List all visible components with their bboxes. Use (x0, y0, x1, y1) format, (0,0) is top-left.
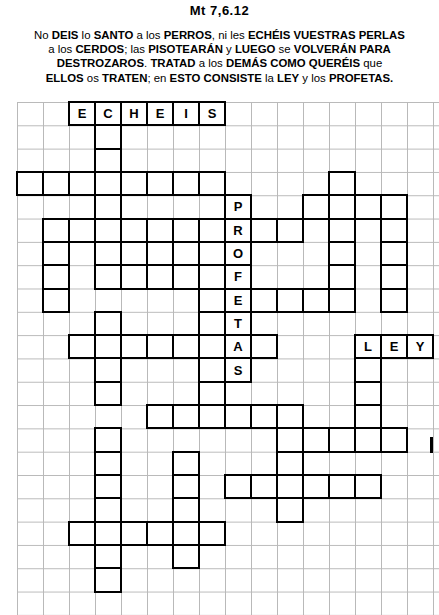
grid-cell[interactable] (120, 521, 148, 546)
grid-cell[interactable] (120, 218, 148, 243)
grid-cell[interactable] (146, 334, 174, 359)
grid-cell[interactable] (120, 264, 148, 289)
grid-cell[interactable] (354, 404, 382, 429)
grid-cell[interactable] (94, 521, 122, 546)
grid-cell[interactable] (68, 218, 96, 243)
grid-cell[interactable] (16, 171, 44, 196)
verse-bold-word: PERROS (164, 29, 212, 41)
grid-cell[interactable] (172, 404, 200, 429)
grid-cell[interactable] (276, 474, 304, 499)
grid-cell[interactable] (328, 194, 356, 219)
grid-cell[interactable] (380, 427, 408, 452)
verse-clue-text: No DEIS lo SANTO a los PERROS, ni les EC… (10, 28, 429, 85)
grid-cell[interactable] (172, 171, 200, 196)
grid-cell[interactable] (198, 381, 226, 406)
grid-cell[interactable] (146, 264, 174, 289)
grid-cell[interactable] (172, 474, 200, 499)
grid-cell[interactable] (380, 288, 408, 313)
grid-cell[interactable] (94, 194, 122, 219)
grid-cell[interactable] (94, 381, 122, 406)
verse-plain-text: No (34, 29, 52, 41)
grid-cell[interactable] (302, 194, 330, 219)
verse-bold-word: PISOTEARÁN (148, 43, 223, 55)
verse-bold-word: CERDOS (75, 43, 124, 55)
grid-cell[interactable] (94, 427, 122, 452)
grid-cell-prefilled[interactable]: Y (406, 334, 434, 359)
grid-cell[interactable] (276, 427, 304, 452)
verse-plain-text: a los (196, 57, 226, 69)
grid-cell[interactable] (120, 241, 148, 266)
grid-cell[interactable] (328, 264, 356, 289)
grid-cell[interactable] (276, 288, 304, 313)
grid-cell-prefilled[interactable]: E (380, 334, 408, 359)
grid-cell[interactable] (328, 288, 356, 313)
grid-cell[interactable] (276, 451, 304, 476)
verse-bold-word: LUEGO (235, 43, 276, 55)
grid-cell-prefilled[interactable]: S (198, 101, 226, 126)
grid-cell[interactable] (380, 241, 408, 266)
grid-cell-prefilled[interactable]: T (224, 311, 252, 336)
grid-cell-prefilled[interactable]: A (224, 334, 252, 359)
grid-cell[interactable] (354, 474, 382, 499)
verse-bold-word: ECHÉIS VUESTRAS PERLAS (248, 29, 405, 41)
grid-cell[interactable] (354, 357, 382, 382)
grid-cell[interactable] (250, 218, 278, 243)
grid-cell[interactable] (198, 357, 226, 382)
grid-cell[interactable] (198, 264, 226, 289)
grid-cell[interactable] (276, 404, 304, 429)
grid-cell[interactable] (94, 334, 122, 359)
grid-cell[interactable] (94, 241, 122, 266)
grid-cell[interactable] (94, 264, 122, 289)
grid-cell[interactable] (42, 171, 70, 196)
verse-bold-word: DESTROZAROS (57, 57, 144, 69)
grid-cell[interactable] (302, 474, 330, 499)
grid-cell-prefilled[interactable]: R (224, 218, 252, 243)
grid-cell[interactable] (68, 521, 96, 546)
grid-cell[interactable] (328, 474, 356, 499)
grid-cell-prefilled[interactable]: E (68, 101, 96, 126)
verse-plain-text: la (262, 72, 277, 84)
grid-cell[interactable] (172, 264, 200, 289)
grid-cell[interactable] (146, 241, 174, 266)
grid-cell[interactable] (328, 171, 356, 196)
grid-cell[interactable] (198, 288, 226, 313)
grid-cell-prefilled[interactable]: P (224, 194, 252, 219)
grid-cell[interactable] (94, 497, 122, 522)
grid-cell[interactable] (198, 241, 226, 266)
puzzle-title: Mt 7,6.12 (0, 3, 439, 18)
grid-cell[interactable] (250, 334, 278, 359)
grid-cell[interactable] (94, 544, 122, 569)
grid-cell[interactable] (120, 334, 148, 359)
verse-plain-text: a los (48, 43, 75, 55)
grid-cell[interactable] (302, 288, 330, 313)
verse-bold-word: ELLOS (46, 72, 84, 84)
grid-cell[interactable] (328, 427, 356, 452)
verse-plain-text: ; en (147, 72, 169, 84)
grid-cell[interactable] (42, 288, 70, 313)
verse-plain-text: y los (299, 72, 329, 84)
grid-cell[interactable] (250, 288, 278, 313)
grid-cell-prefilled[interactable]: S (224, 357, 252, 382)
grid-cell[interactable] (250, 474, 278, 499)
grid-cell[interactable] (68, 171, 96, 196)
verse-plain-text: que (360, 57, 382, 69)
grid-cell[interactable] (172, 521, 200, 546)
grid-cell[interactable] (380, 264, 408, 289)
grid-cell[interactable] (224, 474, 252, 499)
grid-cell[interactable] (302, 427, 330, 452)
verse-plain-text: os (84, 72, 102, 84)
grid-cell[interactable] (380, 218, 408, 243)
verse-bold-word: TRATEN (102, 72, 147, 84)
grid-cell[interactable] (276, 497, 304, 522)
grid-cell[interactable] (146, 521, 174, 546)
verse-bold-word: VOLVERÁN PARA (294, 43, 391, 55)
verse-plain-text: y (223, 43, 235, 55)
grid-cell[interactable] (94, 124, 122, 149)
grid-cell[interactable] (94, 218, 122, 243)
grid-cell-prefilled[interactable]: H (120, 101, 148, 126)
grid-cell[interactable] (224, 404, 252, 429)
grid-cell[interactable] (172, 451, 200, 476)
grid-cell[interactable] (94, 357, 122, 382)
grid-cell[interactable] (94, 148, 122, 173)
grid-cell[interactable] (354, 194, 382, 219)
grid-cell[interactable] (172, 497, 200, 522)
grid-cell-prefilled[interactable]: F (224, 264, 252, 289)
cutoff-cell-border (430, 437, 433, 453)
verse-bold-word: TRATAD (150, 57, 195, 69)
grid-cell[interactable] (354, 427, 382, 452)
grid-cell[interactable] (172, 241, 200, 266)
grid-cell-prefilled[interactable]: E (146, 101, 174, 126)
grid-cell[interactable] (146, 404, 174, 429)
grid-cell-prefilled[interactable]: O (224, 241, 252, 266)
grid-cell[interactable] (94, 474, 122, 499)
grid-cell[interactable] (172, 334, 200, 359)
grid-cell[interactable] (328, 218, 356, 243)
grid-cell-prefilled[interactable]: E (224, 288, 252, 313)
verse-bold-word: SANTO (94, 29, 134, 41)
grid-cell[interactable] (380, 194, 408, 219)
verse-bold-word: DEMÁS COMO QUERÉIS (226, 57, 360, 69)
grid-cell-prefilled[interactable]: I (172, 101, 200, 126)
verse-bold-word: DEIS (52, 29, 79, 41)
grid-cell[interactable] (198, 218, 226, 243)
grid-cell[interactable] (42, 241, 70, 266)
grid-cell[interactable] (172, 544, 200, 569)
verse-plain-text: a los (133, 29, 163, 41)
grid-cell[interactable] (94, 451, 122, 476)
grid-cell[interactable] (42, 218, 70, 243)
grid-cell[interactable] (276, 218, 304, 243)
verse-plain-text: lo (78, 29, 93, 41)
grid-cell[interactable] (94, 567, 122, 592)
grid-cell[interactable] (172, 218, 200, 243)
verse-bold-word: PROFETAS. (329, 72, 393, 84)
grid-cell[interactable] (146, 218, 174, 243)
verse-plain-text: , ni les (212, 29, 248, 41)
verse-bold-word: LEY (277, 72, 299, 84)
grid-cell[interactable] (328, 241, 356, 266)
grid-cell[interactable] (94, 311, 122, 336)
grid-cell[interactable] (198, 404, 226, 429)
grid-cell[interactable] (94, 171, 122, 196)
grid-cell-prefilled[interactable]: L (354, 334, 382, 359)
grid-cell[interactable] (198, 311, 226, 336)
verse-bold-word: ESTO CONSISTE (170, 72, 262, 84)
grid-cell[interactable] (354, 381, 382, 406)
verse-plain-text: ; las (124, 43, 148, 55)
grid-cell[interactable] (42, 264, 70, 289)
grid-cell[interactable] (198, 334, 226, 359)
grid-cell[interactable] (250, 404, 278, 429)
crossword-grid: ECHEISPROFETALEYS (17, 102, 439, 615)
grid-cell-prefilled[interactable]: C (94, 101, 122, 126)
grid-cell[interactable] (146, 171, 174, 196)
verse-plain-text: se (275, 43, 293, 55)
grid-cell[interactable] (198, 521, 226, 546)
grid-cell[interactable] (198, 171, 226, 196)
grid-cell[interactable] (68, 334, 96, 359)
grid-cell[interactable] (120, 171, 148, 196)
